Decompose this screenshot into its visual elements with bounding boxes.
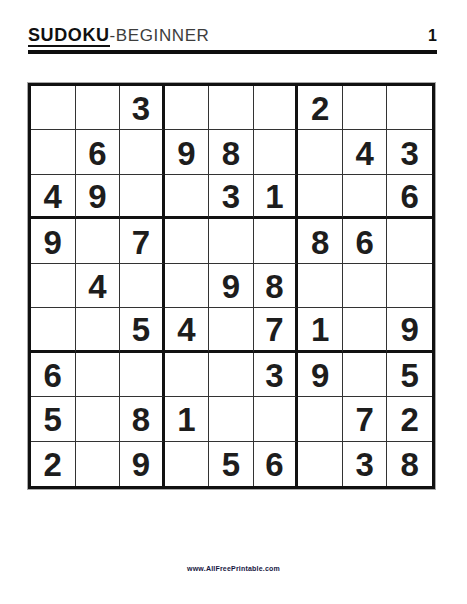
page-number: 1 bbox=[428, 28, 437, 44]
cell-r5c3[interactable] bbox=[120, 264, 165, 308]
cell-r6c3[interactable]: 5 bbox=[120, 308, 165, 352]
cell-r6c5[interactable] bbox=[209, 308, 254, 352]
cell-r1c5[interactable] bbox=[209, 86, 254, 130]
page: SUDOKU -BEGINNER 1 326984349316978649854… bbox=[0, 0, 467, 604]
cell-r3c4[interactable] bbox=[165, 175, 210, 219]
header: SUDOKU -BEGINNER 1 bbox=[28, 26, 437, 54]
cell-r7c4[interactable] bbox=[165, 353, 210, 397]
cell-r5c5[interactable]: 9 bbox=[209, 264, 254, 308]
cell-r3c6[interactable]: 1 bbox=[254, 175, 299, 219]
cell-r9c3[interactable]: 9 bbox=[120, 442, 165, 486]
cell-r6c8[interactable] bbox=[343, 308, 388, 352]
cell-r2c7[interactable] bbox=[298, 130, 343, 174]
cell-r6c7[interactable]: 1 bbox=[298, 308, 343, 352]
cell-r6c6[interactable]: 7 bbox=[254, 308, 299, 352]
cell-r4c3[interactable]: 7 bbox=[120, 219, 165, 263]
cell-r1c8[interactable] bbox=[343, 86, 388, 130]
cell-r1c7[interactable]: 2 bbox=[298, 86, 343, 130]
cell-r5c9[interactable] bbox=[387, 264, 432, 308]
cell-r7c8[interactable] bbox=[343, 353, 388, 397]
cell-r6c2[interactable] bbox=[76, 308, 121, 352]
cell-r4c2[interactable] bbox=[76, 219, 121, 263]
cell-r9c5[interactable]: 5 bbox=[209, 442, 254, 486]
cell-r4c6[interactable] bbox=[254, 219, 299, 263]
cell-r5c1[interactable] bbox=[31, 264, 76, 308]
cell-r3c9[interactable]: 6 bbox=[387, 175, 432, 219]
cell-r1c9[interactable] bbox=[387, 86, 432, 130]
page-subtitle: -BEGINNER bbox=[110, 27, 210, 44]
sudoku-board: 326984349316978649854719639558172295638 bbox=[28, 83, 435, 489]
cell-r3c1[interactable]: 4 bbox=[31, 175, 76, 219]
title-row: SUDOKU -BEGINNER 1 bbox=[28, 26, 437, 47]
cell-r2c2[interactable]: 6 bbox=[76, 130, 121, 174]
cell-r3c5[interactable]: 3 bbox=[209, 175, 254, 219]
cell-r8c3[interactable]: 8 bbox=[120, 397, 165, 441]
cell-r5c2[interactable]: 4 bbox=[76, 264, 121, 308]
cell-r9c1[interactable]: 2 bbox=[31, 442, 76, 486]
cell-r5c6[interactable]: 8 bbox=[254, 264, 299, 308]
cell-r8c6[interactable] bbox=[254, 397, 299, 441]
cell-r9c9[interactable]: 8 bbox=[387, 442, 432, 486]
page-title: SUDOKU bbox=[28, 26, 110, 47]
cell-r9c4[interactable] bbox=[165, 442, 210, 486]
cell-r7c3[interactable] bbox=[120, 353, 165, 397]
cell-r8c9[interactable]: 2 bbox=[387, 397, 432, 441]
cell-r8c2[interactable] bbox=[76, 397, 121, 441]
cell-r5c8[interactable] bbox=[343, 264, 388, 308]
cell-r1c3[interactable]: 3 bbox=[120, 86, 165, 130]
cell-r7c7[interactable]: 9 bbox=[298, 353, 343, 397]
cell-r7c1[interactable]: 6 bbox=[31, 353, 76, 397]
cell-r6c9[interactable]: 9 bbox=[387, 308, 432, 352]
cell-r4c9[interactable] bbox=[387, 219, 432, 263]
cell-r2c4[interactable]: 9 bbox=[165, 130, 210, 174]
cell-r5c7[interactable] bbox=[298, 264, 343, 308]
cell-r1c4[interactable] bbox=[165, 86, 210, 130]
cell-r8c7[interactable] bbox=[298, 397, 343, 441]
footer-url: www.AllFreePrintable.com bbox=[187, 565, 280, 572]
cell-r2c6[interactable] bbox=[254, 130, 299, 174]
cell-r2c8[interactable]: 4 bbox=[343, 130, 388, 174]
cell-r7c2[interactable] bbox=[76, 353, 121, 397]
cell-r3c3[interactable] bbox=[120, 175, 165, 219]
cell-r8c8[interactable]: 7 bbox=[343, 397, 388, 441]
cell-r4c5[interactable] bbox=[209, 219, 254, 263]
cell-r2c1[interactable] bbox=[31, 130, 76, 174]
cell-r4c7[interactable]: 8 bbox=[298, 219, 343, 263]
cell-r8c1[interactable]: 5 bbox=[31, 397, 76, 441]
cell-r1c2[interactable] bbox=[76, 86, 121, 130]
cell-r2c9[interactable]: 3 bbox=[387, 130, 432, 174]
cell-r9c7[interactable] bbox=[298, 442, 343, 486]
cell-r3c7[interactable] bbox=[298, 175, 343, 219]
cell-r3c2[interactable]: 9 bbox=[76, 175, 121, 219]
cell-r3c8[interactable] bbox=[343, 175, 388, 219]
cell-r6c1[interactable] bbox=[31, 308, 76, 352]
cell-r5c4[interactable] bbox=[165, 264, 210, 308]
cell-r2c5[interactable]: 8 bbox=[209, 130, 254, 174]
cell-r4c1[interactable]: 9 bbox=[31, 219, 76, 263]
cell-r9c2[interactable] bbox=[76, 442, 121, 486]
cell-r1c1[interactable] bbox=[31, 86, 76, 130]
cell-r6c4[interactable]: 4 bbox=[165, 308, 210, 352]
cell-r7c9[interactable]: 5 bbox=[387, 353, 432, 397]
cell-r4c4[interactable] bbox=[165, 219, 210, 263]
cell-r7c6[interactable]: 3 bbox=[254, 353, 299, 397]
cell-r9c6[interactable]: 6 bbox=[254, 442, 299, 486]
cell-r9c8[interactable]: 3 bbox=[343, 442, 388, 486]
cell-r2c3[interactable] bbox=[120, 130, 165, 174]
cell-r4c8[interactable]: 6 bbox=[343, 219, 388, 263]
cell-r1c6[interactable] bbox=[254, 86, 299, 130]
cell-r8c4[interactable]: 1 bbox=[165, 397, 210, 441]
cell-r7c5[interactable] bbox=[209, 353, 254, 397]
cell-r8c5[interactable] bbox=[209, 397, 254, 441]
header-rule bbox=[28, 50, 437, 54]
footer: www.AllFreePrintable.com bbox=[0, 557, 467, 575]
